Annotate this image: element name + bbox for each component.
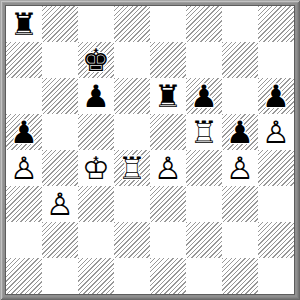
square-f5[interactable]: ♜♖ <box>186 114 222 150</box>
black-pawn[interactable]: ♟♟ <box>186 78 222 114</box>
square-d3[interactable] <box>114 186 150 222</box>
square-f7[interactable] <box>186 42 222 78</box>
square-e4[interactable]: ♟♙ <box>150 150 186 186</box>
white-king[interactable]: ♚♔ <box>78 150 114 186</box>
white-king-icon: ♔ <box>78 150 114 186</box>
black-pawn[interactable]: ♟♟ <box>222 114 258 150</box>
square-c5[interactable] <box>78 114 114 150</box>
square-d1[interactable] <box>114 258 150 294</box>
square-b2[interactable] <box>42 222 78 258</box>
black-pawn[interactable]: ♟♟ <box>78 78 114 114</box>
black-rook-icon: ♜ <box>6 6 42 42</box>
chess-board: ♜♜♚♚♟♟♜♜♟♟♟♟♟♟♜♖♟♟♟♙♟♙♚♔♜♖♟♙♟♙♟♙ <box>6 6 294 294</box>
white-pawn-icon: ♙ <box>150 150 186 186</box>
square-a8[interactable]: ♜♜ <box>6 6 42 42</box>
square-h1[interactable] <box>258 258 294 294</box>
square-c4[interactable]: ♚♔ <box>78 150 114 186</box>
black-rook[interactable]: ♜♜ <box>6 6 42 42</box>
square-g7[interactable] <box>222 42 258 78</box>
square-a7[interactable] <box>6 42 42 78</box>
white-rook-icon: ♖ <box>114 150 150 186</box>
white-rook-icon: ♖ <box>186 114 222 150</box>
black-rook[interactable]: ♜♜ <box>150 78 186 114</box>
square-h4[interactable] <box>258 150 294 186</box>
square-e3[interactable] <box>150 186 186 222</box>
square-a4[interactable]: ♟♙ <box>6 150 42 186</box>
white-pawn[interactable]: ♟♙ <box>150 150 186 186</box>
square-h8[interactable] <box>258 6 294 42</box>
square-b8[interactable] <box>42 6 78 42</box>
square-d7[interactable] <box>114 42 150 78</box>
white-pawn[interactable]: ♟♙ <box>42 186 78 222</box>
square-d2[interactable] <box>114 222 150 258</box>
square-c3[interactable] <box>78 186 114 222</box>
square-e2[interactable] <box>150 222 186 258</box>
white-pawn-icon: ♙ <box>222 150 258 186</box>
square-a5[interactable]: ♟♟ <box>6 114 42 150</box>
square-c1[interactable] <box>78 258 114 294</box>
square-g1[interactable] <box>222 258 258 294</box>
square-c6[interactable]: ♟♟ <box>78 78 114 114</box>
square-f6[interactable]: ♟♟ <box>186 78 222 114</box>
square-d8[interactable] <box>114 6 150 42</box>
square-f3[interactable] <box>186 186 222 222</box>
white-pawn[interactable]: ♟♙ <box>6 150 42 186</box>
square-f2[interactable] <box>186 222 222 258</box>
square-a1[interactable] <box>6 258 42 294</box>
black-pawn-icon: ♟ <box>6 114 42 150</box>
black-king-icon: ♚ <box>78 42 114 78</box>
square-h3[interactable] <box>258 186 294 222</box>
square-f8[interactable] <box>186 6 222 42</box>
square-c8[interactable] <box>78 6 114 42</box>
black-rook-icon: ♜ <box>150 78 186 114</box>
square-e6[interactable]: ♜♜ <box>150 78 186 114</box>
square-h7[interactable] <box>258 42 294 78</box>
square-g5[interactable]: ♟♟ <box>222 114 258 150</box>
square-a3[interactable] <box>6 186 42 222</box>
square-h2[interactable] <box>258 222 294 258</box>
square-b7[interactable] <box>42 42 78 78</box>
white-rook[interactable]: ♜♖ <box>114 150 150 186</box>
square-b5[interactable] <box>42 114 78 150</box>
white-rook[interactable]: ♜♖ <box>186 114 222 150</box>
square-a6[interactable] <box>6 78 42 114</box>
black-pawn-icon: ♟ <box>186 78 222 114</box>
square-e7[interactable] <box>150 42 186 78</box>
square-b3[interactable]: ♟♙ <box>42 186 78 222</box>
white-pawn-icon: ♙ <box>42 186 78 222</box>
square-g8[interactable] <box>222 6 258 42</box>
square-a2[interactable] <box>6 222 42 258</box>
black-pawn[interactable]: ♟♟ <box>6 114 42 150</box>
square-c2[interactable] <box>78 222 114 258</box>
square-b6[interactable] <box>42 78 78 114</box>
black-pawn[interactable]: ♟♟ <box>258 78 294 114</box>
black-pawn-icon: ♟ <box>258 78 294 114</box>
square-g6[interactable] <box>222 78 258 114</box>
black-pawn-icon: ♟ <box>78 78 114 114</box>
square-g3[interactable] <box>222 186 258 222</box>
square-b1[interactable] <box>42 258 78 294</box>
board-frame: ♜♜♚♚♟♟♜♜♟♟♟♟♟♟♜♖♟♟♟♙♟♙♚♔♜♖♟♙♟♙♟♙ <box>0 0 300 300</box>
square-g4[interactable]: ♟♙ <box>222 150 258 186</box>
white-pawn[interactable]: ♟♙ <box>222 150 258 186</box>
square-f4[interactable] <box>186 150 222 186</box>
square-h5[interactable]: ♟♙ <box>258 114 294 150</box>
square-h6[interactable]: ♟♟ <box>258 78 294 114</box>
square-e5[interactable] <box>150 114 186 150</box>
square-e8[interactable] <box>150 6 186 42</box>
black-pawn-icon: ♟ <box>222 114 258 150</box>
square-b4[interactable] <box>42 150 78 186</box>
square-e1[interactable] <box>150 258 186 294</box>
square-d5[interactable] <box>114 114 150 150</box>
white-pawn-icon: ♙ <box>258 114 294 150</box>
white-pawn-icon: ♙ <box>6 150 42 186</box>
square-c7[interactable]: ♚♚ <box>78 42 114 78</box>
black-king[interactable]: ♚♚ <box>78 42 114 78</box>
square-g2[interactable] <box>222 222 258 258</box>
square-d6[interactable] <box>114 78 150 114</box>
square-d4[interactable]: ♜♖ <box>114 150 150 186</box>
white-pawn[interactable]: ♟♙ <box>258 114 294 150</box>
square-f1[interactable] <box>186 258 222 294</box>
